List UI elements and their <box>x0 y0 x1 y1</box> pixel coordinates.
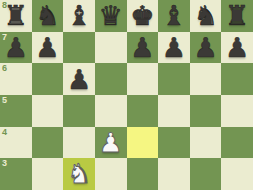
chess-board: 8♜♞♝♛♚♝♞♜7♟♟♟♟♟♟6♟54♟3♞21 <box>0 0 253 190</box>
square-f8[interactable]: ♝ <box>158 0 190 32</box>
square-g7[interactable]: ♟ <box>190 32 222 64</box>
square-d7[interactable] <box>95 32 127 64</box>
piece-black-bishop[interactable]: ♝ <box>63 0 95 32</box>
rank-label-5: 5 <box>2 96 7 105</box>
square-a8[interactable]: 8♜ <box>0 0 32 32</box>
square-e5[interactable] <box>127 95 159 127</box>
piece-black-rook[interactable]: ♜ <box>221 0 253 32</box>
square-b6[interactable] <box>32 63 64 95</box>
square-d4[interactable]: ♟ <box>95 127 127 159</box>
square-g3[interactable] <box>190 158 222 190</box>
square-a5[interactable]: 5 <box>0 95 32 127</box>
square-c3[interactable]: ♞ <box>63 158 95 190</box>
square-f6[interactable] <box>158 63 190 95</box>
square-a7[interactable]: 7♟ <box>0 32 32 64</box>
piece-black-pawn[interactable]: ♟ <box>0 32 32 64</box>
piece-black-king[interactable]: ♚ <box>127 0 159 32</box>
square-e4[interactable] <box>127 127 159 159</box>
piece-white-knight[interactable]: ♞ <box>63 158 95 190</box>
square-e8[interactable]: ♚ <box>127 0 159 32</box>
square-c8[interactable]: ♝ <box>63 0 95 32</box>
square-h4[interactable] <box>221 127 253 159</box>
board-viewport: 8♜♞♝♛♚♝♞♜7♟♟♟♟♟♟6♟54♟3♞21 <box>0 0 253 190</box>
square-a3[interactable]: 3 <box>0 158 32 190</box>
square-d5[interactable] <box>95 95 127 127</box>
piece-black-pawn[interactable]: ♟ <box>32 32 64 64</box>
square-e3[interactable] <box>127 158 159 190</box>
square-b7[interactable]: ♟ <box>32 32 64 64</box>
square-d6[interactable] <box>95 63 127 95</box>
square-h3[interactable] <box>221 158 253 190</box>
square-b8[interactable]: ♞ <box>32 0 64 32</box>
square-g6[interactable] <box>190 63 222 95</box>
piece-black-knight[interactable]: ♞ <box>190 0 222 32</box>
square-e7[interactable]: ♟ <box>127 32 159 64</box>
square-c6[interactable]: ♟ <box>63 63 95 95</box>
piece-black-queen[interactable]: ♛ <box>95 0 127 32</box>
piece-black-pawn[interactable]: ♟ <box>221 32 253 64</box>
square-g4[interactable] <box>190 127 222 159</box>
square-b3[interactable] <box>32 158 64 190</box>
square-d3[interactable] <box>95 158 127 190</box>
square-c5[interactable] <box>63 95 95 127</box>
square-c7[interactable] <box>63 32 95 64</box>
piece-black-rook[interactable]: ♜ <box>0 0 32 32</box>
piece-black-pawn[interactable]: ♟ <box>190 32 222 64</box>
square-f4[interactable] <box>158 127 190 159</box>
square-f7[interactable]: ♟ <box>158 32 190 64</box>
square-g8[interactable]: ♞ <box>190 0 222 32</box>
square-f5[interactable] <box>158 95 190 127</box>
rank-label-6: 6 <box>2 64 7 73</box>
square-a6[interactable]: 6 <box>0 63 32 95</box>
piece-black-pawn[interactable]: ♟ <box>158 32 190 64</box>
square-c4[interactable] <box>63 127 95 159</box>
square-h8[interactable]: ♜ <box>221 0 253 32</box>
piece-black-pawn[interactable]: ♟ <box>63 63 95 95</box>
square-b5[interactable] <box>32 95 64 127</box>
piece-black-pawn[interactable]: ♟ <box>127 32 159 64</box>
square-h6[interactable] <box>221 63 253 95</box>
piece-white-pawn[interactable]: ♟ <box>95 127 127 159</box>
rank-label-4: 4 <box>2 128 7 137</box>
square-g5[interactable] <box>190 95 222 127</box>
square-e6[interactable] <box>127 63 159 95</box>
square-h7[interactable]: ♟ <box>221 32 253 64</box>
square-a4[interactable]: 4 <box>0 127 32 159</box>
square-d8[interactable]: ♛ <box>95 0 127 32</box>
square-h5[interactable] <box>221 95 253 127</box>
square-b4[interactable] <box>32 127 64 159</box>
piece-black-knight[interactable]: ♞ <box>32 0 64 32</box>
piece-black-bishop[interactable]: ♝ <box>158 0 190 32</box>
rank-label-3: 3 <box>2 159 7 168</box>
square-f3[interactable] <box>158 158 190 190</box>
